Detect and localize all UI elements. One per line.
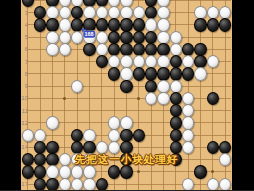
board-cell[interactable] xyxy=(71,178,83,190)
board-cell[interactable] xyxy=(83,105,95,117)
board-cell[interactable] xyxy=(170,68,182,80)
board-cell[interactable] xyxy=(182,178,194,190)
board-cell[interactable] xyxy=(182,43,194,55)
board-cell[interactable] xyxy=(207,117,219,129)
board-cell[interactable] xyxy=(157,19,169,31)
board-cell[interactable] xyxy=(194,141,206,153)
black-stone xyxy=(34,165,46,178)
board-cell[interactable] xyxy=(120,117,132,129)
board-cell[interactable] xyxy=(170,19,182,31)
board-cell[interactable] xyxy=(219,7,231,19)
board-cell[interactable] xyxy=(22,31,34,43)
board-cell[interactable] xyxy=(34,129,46,141)
board-cell[interactable]: 168 xyxy=(83,31,95,43)
board-cell[interactable] xyxy=(157,105,169,117)
board-cell[interactable] xyxy=(157,31,169,43)
board-cell[interactable] xyxy=(96,178,108,190)
black-stone xyxy=(145,80,157,93)
board-cell[interactable] xyxy=(182,117,194,129)
black-stone xyxy=(120,165,132,178)
board-cell[interactable] xyxy=(71,31,83,43)
board-cell[interactable] xyxy=(182,141,194,153)
board-cell[interactable] xyxy=(34,80,46,92)
board-cell[interactable] xyxy=(133,105,145,117)
black-stone xyxy=(170,129,182,142)
board-cell[interactable] xyxy=(207,92,219,104)
board-cell[interactable] xyxy=(22,105,34,117)
board-cell[interactable] xyxy=(108,7,120,19)
white-stone xyxy=(46,116,58,129)
board-cell[interactable] xyxy=(34,19,46,31)
board-cell[interactable] xyxy=(34,7,46,19)
board-cell[interactable] xyxy=(170,105,182,117)
board-cell[interactable] xyxy=(133,129,145,141)
board-cell[interactable] xyxy=(46,92,58,104)
board-cell[interactable] xyxy=(133,178,145,190)
board-cell[interactable] xyxy=(194,129,206,141)
board-cell[interactable] xyxy=(46,141,58,153)
board-cell[interactable] xyxy=(71,92,83,104)
board-cell[interactable] xyxy=(145,141,157,153)
board-cell[interactable] xyxy=(83,56,95,68)
white-stone xyxy=(182,116,194,129)
board-cell[interactable] xyxy=(207,31,219,43)
board-cell[interactable] xyxy=(22,141,34,153)
white-stone xyxy=(108,116,120,129)
white-stone xyxy=(46,31,58,44)
board-cell[interactable] xyxy=(133,19,145,31)
star-point xyxy=(63,97,66,100)
board-cell[interactable] xyxy=(170,92,182,104)
board-cell[interactable] xyxy=(71,7,83,19)
black-stone xyxy=(145,67,157,80)
white-stone xyxy=(145,18,157,31)
white-stone xyxy=(46,165,58,178)
board-cell[interactable] xyxy=(133,141,145,153)
board-cell[interactable] xyxy=(207,7,219,19)
white-stone xyxy=(59,178,71,191)
white-stone xyxy=(145,92,157,105)
board-cell[interactable] xyxy=(133,43,145,55)
board-cell[interactable] xyxy=(22,68,34,80)
board-cell[interactable] xyxy=(59,105,71,117)
board-cell[interactable] xyxy=(108,68,120,80)
board-cell[interactable] xyxy=(194,117,206,129)
go-board: 234567891011121314151617 168 先把这一小块处理好 xyxy=(21,0,232,190)
board-cell[interactable] xyxy=(71,141,83,153)
board-cell[interactable] xyxy=(207,141,219,153)
black-stone xyxy=(182,67,194,80)
board-cell[interactable] xyxy=(46,7,58,19)
star-point xyxy=(211,170,214,173)
board-cell[interactable] xyxy=(71,105,83,117)
board-cell[interactable] xyxy=(96,117,108,129)
letterbox-left xyxy=(0,0,21,190)
white-stone xyxy=(59,31,71,44)
board-cell[interactable] xyxy=(108,31,120,43)
board-cell[interactable] xyxy=(219,43,231,55)
board-cell[interactable] xyxy=(71,117,83,129)
board-cell[interactable] xyxy=(120,105,132,117)
board-cell[interactable] xyxy=(145,92,157,104)
board-cell[interactable] xyxy=(194,19,206,31)
board-cell[interactable] xyxy=(34,117,46,129)
board-cell[interactable] xyxy=(219,129,231,141)
board-cell[interactable] xyxy=(207,56,219,68)
board-cell[interactable] xyxy=(194,7,206,19)
board-cell[interactable] xyxy=(46,80,58,92)
black-stone xyxy=(34,178,46,191)
board-cell[interactable] xyxy=(83,117,95,129)
white-stone xyxy=(157,80,169,93)
board-cell[interactable] xyxy=(145,80,157,92)
board-cell[interactable] xyxy=(34,178,46,190)
board-cell[interactable] xyxy=(96,31,108,43)
board-cell[interactable] xyxy=(219,56,231,68)
board-cell[interactable] xyxy=(194,56,206,68)
board-cell[interactable] xyxy=(71,68,83,80)
board-cell[interactable] xyxy=(219,178,231,190)
board-cell[interactable] xyxy=(182,7,194,19)
board-cell[interactable] xyxy=(170,141,182,153)
black-stone xyxy=(170,116,182,129)
board-cell[interactable] xyxy=(133,31,145,43)
board-cell[interactable] xyxy=(34,31,46,43)
board-cell[interactable] xyxy=(194,166,206,178)
board-cell[interactable] xyxy=(170,80,182,92)
board-cell[interactable] xyxy=(96,105,108,117)
white-stone xyxy=(83,165,95,178)
board-cell[interactable] xyxy=(59,129,71,141)
board-cell[interactable] xyxy=(157,141,169,153)
board-cell[interactable] xyxy=(194,31,206,43)
board-cell[interactable] xyxy=(157,43,169,55)
board-cell[interactable] xyxy=(108,129,120,141)
white-stone xyxy=(46,43,58,56)
board-cell[interactable] xyxy=(59,19,71,31)
board-cell[interactable] xyxy=(46,19,58,31)
white-stone xyxy=(207,178,219,191)
board-cell[interactable] xyxy=(108,56,120,68)
board-cell[interactable] xyxy=(83,80,95,92)
board-cell[interactable] xyxy=(108,43,120,55)
board-cell[interactable] xyxy=(207,19,219,31)
board-cell[interactable] xyxy=(145,105,157,117)
board-cell[interactable] xyxy=(133,117,145,129)
board-cell[interactable] xyxy=(133,56,145,68)
board-cell[interactable] xyxy=(96,56,108,68)
white-stone xyxy=(34,129,46,142)
board-cell[interactable] xyxy=(96,129,108,141)
board-cell[interactable] xyxy=(207,43,219,55)
board-cell[interactable] xyxy=(108,178,120,190)
board-cell[interactable] xyxy=(96,68,108,80)
board-cell[interactable] xyxy=(120,92,132,104)
board-cell[interactable] xyxy=(207,68,219,80)
board-cell[interactable] xyxy=(194,92,206,104)
board-cell[interactable] xyxy=(145,68,157,80)
board-cell[interactable] xyxy=(219,80,231,92)
board-cell[interactable] xyxy=(219,117,231,129)
board-cell[interactable] xyxy=(59,43,71,55)
board-cell[interactable] xyxy=(34,56,46,68)
board-cell[interactable] xyxy=(46,178,58,190)
board-cell[interactable] xyxy=(108,92,120,104)
black-stone xyxy=(22,165,34,178)
board-cell[interactable] xyxy=(170,56,182,68)
board-cell[interactable] xyxy=(59,68,71,80)
board-cell[interactable] xyxy=(157,92,169,104)
board-cell[interactable] xyxy=(120,19,132,31)
board-cell[interactable] xyxy=(157,7,169,19)
board-cell[interactable] xyxy=(46,56,58,68)
board-cell[interactable] xyxy=(108,19,120,31)
black-stone xyxy=(194,165,206,178)
board-cell[interactable] xyxy=(46,68,58,80)
board-cell[interactable] xyxy=(108,105,120,117)
board-cell[interactable] xyxy=(157,117,169,129)
board-cell[interactable] xyxy=(22,92,34,104)
letterbox-right xyxy=(232,0,254,190)
board-cell[interactable] xyxy=(145,166,157,178)
board-cell[interactable] xyxy=(207,129,219,141)
board-cell[interactable] xyxy=(157,129,169,141)
board-cell[interactable] xyxy=(71,80,83,92)
board-cell[interactable] xyxy=(83,7,95,19)
board-cell[interactable] xyxy=(219,92,231,104)
board-cell[interactable] xyxy=(170,31,182,43)
board-cell[interactable] xyxy=(145,129,157,141)
board-cell[interactable] xyxy=(96,19,108,31)
board-cell[interactable] xyxy=(46,105,58,117)
board-cell[interactable] xyxy=(194,178,206,190)
board-cell[interactable] xyxy=(120,56,132,68)
board-cell[interactable] xyxy=(194,80,206,92)
board-cell[interactable] xyxy=(120,80,132,92)
board-cell[interactable] xyxy=(108,141,120,153)
commentary-caption: 先把这一小块处理好 xyxy=(21,153,232,167)
white-stone xyxy=(194,67,206,80)
board-cell[interactable] xyxy=(59,80,71,92)
board-cell[interactable] xyxy=(59,166,71,178)
black-stone xyxy=(207,92,219,105)
board-cell[interactable] xyxy=(133,7,145,19)
board-cell[interactable] xyxy=(145,19,157,31)
board-cell[interactable] xyxy=(83,141,95,153)
board-cell[interactable] xyxy=(96,7,108,19)
board-cell[interactable] xyxy=(120,43,132,55)
board-cell[interactable] xyxy=(34,92,46,104)
black-stone xyxy=(120,18,132,31)
board-cell[interactable] xyxy=(34,43,46,55)
board-cell[interactable] xyxy=(207,178,219,190)
black-stone xyxy=(133,18,145,31)
black-stone xyxy=(96,18,108,31)
board-cell[interactable] xyxy=(46,129,58,141)
black-stone xyxy=(108,18,120,31)
white-stone xyxy=(219,178,231,191)
board-cell[interactable] xyxy=(83,68,95,80)
board-cell[interactable] xyxy=(22,166,34,178)
board-cell[interactable] xyxy=(22,80,34,92)
board-cell[interactable] xyxy=(120,129,132,141)
board-cell[interactable] xyxy=(46,117,58,129)
board-cell[interactable] xyxy=(46,31,58,43)
star-point xyxy=(137,97,140,100)
board-cell[interactable] xyxy=(145,56,157,68)
white-stone xyxy=(71,178,83,191)
board-cell[interactable] xyxy=(22,117,34,129)
board-cell[interactable] xyxy=(108,80,120,92)
board-cell[interactable] xyxy=(182,166,194,178)
board-cell[interactable] xyxy=(34,166,46,178)
white-stone xyxy=(83,129,95,142)
black-stone xyxy=(108,67,120,80)
board-cell[interactable] xyxy=(157,68,169,80)
board-cell[interactable] xyxy=(34,141,46,153)
board-cell[interactable] xyxy=(59,7,71,19)
board-cell[interactable] xyxy=(120,178,132,190)
board-cell[interactable] xyxy=(145,31,157,43)
board-cell[interactable] xyxy=(182,105,194,117)
white-stone xyxy=(120,116,132,129)
board-cell[interactable] xyxy=(207,80,219,92)
board-cell[interactable] xyxy=(219,105,231,117)
board-cell[interactable] xyxy=(145,43,157,55)
board-cell[interactable] xyxy=(71,129,83,141)
board-cell[interactable] xyxy=(59,117,71,129)
board-cell[interactable] xyxy=(120,141,132,153)
board-cell[interactable] xyxy=(219,166,231,178)
board-cell[interactable] xyxy=(194,43,206,55)
board-cell[interactable] xyxy=(182,129,194,141)
white-stone xyxy=(170,80,182,93)
board-cell[interactable] xyxy=(22,178,34,190)
board-cell[interactable] xyxy=(182,80,194,92)
board-cell[interactable] xyxy=(182,31,194,43)
star-point xyxy=(137,170,140,173)
board-cell[interactable] xyxy=(71,56,83,68)
board-cell[interactable] xyxy=(120,31,132,43)
board-cell[interactable] xyxy=(194,68,206,80)
board-cell[interactable] xyxy=(182,19,194,31)
board-cell[interactable] xyxy=(83,43,95,55)
board-cell[interactable] xyxy=(108,117,120,129)
board-cell[interactable] xyxy=(182,56,194,68)
board-cell[interactable] xyxy=(120,68,132,80)
board-cell[interactable] xyxy=(120,7,132,19)
white-stone xyxy=(157,92,169,105)
black-stone xyxy=(194,18,206,31)
board-cell[interactable] xyxy=(145,117,157,129)
board-cell[interactable] xyxy=(71,43,83,55)
board-cell[interactable] xyxy=(157,56,169,68)
board-cell[interactable] xyxy=(133,92,145,104)
board-cell[interactable] xyxy=(22,43,34,55)
board-cell[interactable] xyxy=(96,43,108,55)
board-cell[interactable] xyxy=(133,68,145,80)
board-cell[interactable] xyxy=(22,7,34,19)
board-cell[interactable] xyxy=(59,31,71,43)
board-cell[interactable] xyxy=(157,178,169,190)
white-stone xyxy=(157,18,169,31)
board-cell[interactable] xyxy=(194,105,206,117)
board-cell[interactable] xyxy=(170,166,182,178)
board-cell[interactable] xyxy=(96,92,108,104)
board-cell[interactable] xyxy=(83,166,95,178)
board-cell[interactable] xyxy=(83,178,95,190)
board-cell[interactable] xyxy=(96,80,108,92)
board-cell[interactable] xyxy=(207,166,219,178)
board-cell[interactable] xyxy=(219,141,231,153)
board-cell[interactable] xyxy=(219,31,231,43)
board-cell[interactable] xyxy=(145,178,157,190)
board-cell[interactable] xyxy=(59,178,71,190)
board-cell[interactable] xyxy=(71,166,83,178)
board-cell[interactable] xyxy=(59,141,71,153)
white-stone xyxy=(182,129,194,142)
black-stone xyxy=(157,67,169,80)
board-cell[interactable] xyxy=(219,68,231,80)
board-cell[interactable] xyxy=(83,92,95,104)
black-stone xyxy=(96,178,108,191)
board-cell[interactable] xyxy=(170,7,182,19)
board-cell[interactable] xyxy=(96,141,108,153)
white-stone xyxy=(59,165,71,178)
black-stone xyxy=(83,43,95,56)
move-number-marker: 168 xyxy=(83,31,95,38)
board-cell[interactable] xyxy=(96,166,108,178)
white-stone xyxy=(59,43,71,56)
black-stone xyxy=(120,31,132,44)
board-cell[interactable] xyxy=(34,68,46,80)
board-cell[interactable] xyxy=(207,105,219,117)
board-cell[interactable] xyxy=(46,43,58,55)
board-cell[interactable] xyxy=(170,129,182,141)
board-cell[interactable] xyxy=(170,43,182,55)
board-cell[interactable] xyxy=(59,56,71,68)
board-cell[interactable] xyxy=(157,80,169,92)
board-cell[interactable] xyxy=(22,19,34,31)
board-cell[interactable] xyxy=(83,129,95,141)
board-cell[interactable] xyxy=(120,166,132,178)
board-cell[interactable] xyxy=(34,105,46,117)
white-stone xyxy=(59,18,71,31)
board-cell[interactable] xyxy=(170,178,182,190)
board-cell[interactable] xyxy=(157,166,169,178)
board-cell[interactable] xyxy=(108,166,120,178)
board-cell[interactable] xyxy=(182,92,194,104)
board-cell[interactable] xyxy=(133,80,145,92)
board-cell[interactable] xyxy=(59,92,71,104)
black-stone xyxy=(108,165,120,178)
black-stone xyxy=(108,31,120,44)
board-cell[interactable] xyxy=(219,19,231,31)
board-cell[interactable] xyxy=(145,7,157,19)
black-stone xyxy=(219,18,231,31)
board-cell[interactable] xyxy=(182,68,194,80)
board-cell[interactable] xyxy=(170,117,182,129)
black-stone xyxy=(34,18,46,31)
white-stone xyxy=(83,178,95,191)
white-stone xyxy=(71,80,83,93)
board-cell[interactable] xyxy=(22,129,34,141)
black-stone xyxy=(120,129,132,142)
white-stone xyxy=(96,31,108,44)
board-cell[interactable] xyxy=(133,166,145,178)
board-cell[interactable] xyxy=(46,166,58,178)
board-cell[interactable] xyxy=(22,56,34,68)
